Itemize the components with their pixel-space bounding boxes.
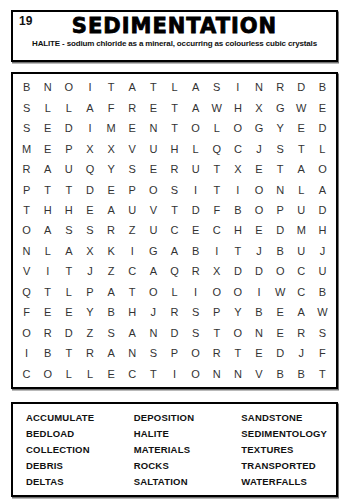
grid-cell: R (185, 261, 206, 281)
grid-cell: V (122, 138, 143, 158)
grid-cell: N (206, 364, 227, 384)
grid-cell: J (291, 343, 312, 363)
grid-cell: X (206, 261, 227, 281)
grid-cell: L (185, 138, 206, 158)
grid-cell: E (291, 118, 312, 138)
grid-cell: S (58, 220, 79, 240)
grid-cell: E (185, 220, 206, 240)
grid-cell: H (164, 138, 185, 158)
grid-cell: T (312, 364, 333, 384)
grid-cell: U (143, 138, 164, 158)
letter-grid: BNOITATLASINRDBSLLAFRETAWHXGWESEDIMENTOL… (11, 72, 338, 389)
grid-cell: N (248, 323, 269, 343)
grid-cell: P (79, 282, 100, 302)
grid-cell: I (248, 282, 269, 302)
puzzle-number: 19 (19, 14, 32, 28)
grid-cell: D (164, 323, 185, 343)
word-list-item: DEBRIS (13, 458, 121, 474)
grid-cell: S (206, 77, 227, 97)
grid-cell: U (185, 159, 206, 179)
grid-cell: L (37, 97, 58, 117)
grid-cell: C (291, 261, 312, 281)
grid-cell: E (37, 302, 58, 322)
grid-cell: R (79, 343, 100, 363)
grid-cell: P (122, 179, 143, 199)
grid-cell: L (206, 118, 227, 138)
grid-cell: O (227, 118, 248, 138)
grid-cell: S (312, 323, 333, 343)
grid-cell: N (16, 241, 37, 261)
grid-cell: B (291, 364, 312, 384)
grid-cell: U (291, 200, 312, 220)
grid-cell: R (206, 343, 227, 363)
grid-cell: S (185, 323, 206, 343)
grid-cell: P (206, 302, 227, 322)
grid-cell: D (270, 220, 291, 240)
word-list-item: DEPOSITION (121, 409, 229, 425)
grid-cell: T (58, 343, 79, 363)
grid-cell: I (206, 241, 227, 261)
grid-cell: A (291, 302, 312, 322)
page-subtitle: HALITE - sodium chloride as a mineral, o… (13, 39, 336, 48)
grid-cell: X (79, 241, 100, 261)
grid-cell: E (270, 302, 291, 322)
grid-cell: D (248, 261, 269, 281)
grid-cell: O (248, 179, 269, 199)
grid-cell: T (143, 77, 164, 97)
grid-cell: N (37, 77, 58, 97)
grid-cell: O (16, 220, 37, 240)
grid-cell: T (16, 200, 37, 220)
grid-cell: U (143, 220, 164, 240)
grid-cell: Q (164, 261, 185, 281)
word-list-item: TEXTURES (228, 441, 336, 457)
grid-cell: T (164, 97, 185, 117)
grid-cell: S (16, 118, 37, 138)
grid-cell: V (16, 261, 37, 281)
grid-cell: D (185, 200, 206, 220)
grid-cell: C (291, 282, 312, 302)
word-list-item: COLLECTION (13, 441, 121, 457)
grid-cell: E (122, 118, 143, 138)
grid-cell: B (312, 282, 333, 302)
grid-cell: P (270, 200, 291, 220)
grid-cell: E (37, 118, 58, 138)
grid-cell: H (312, 220, 333, 240)
grid-cell: R (101, 220, 122, 240)
grid-cell: T (291, 138, 312, 158)
grid-cell: W (312, 302, 333, 322)
grid-cell: F (101, 97, 122, 117)
grid-cell: E (58, 302, 79, 322)
grid-cell: H (122, 302, 143, 322)
grid-cell: O (185, 118, 206, 138)
grid-cell: A (37, 159, 58, 179)
grid-cell: T (206, 179, 227, 199)
grid-cell: A (79, 97, 100, 117)
grid-cell: T (58, 179, 79, 199)
grid-cell: D (291, 77, 312, 97)
grid-cell: C (16, 364, 37, 384)
word-list-item: HALITE (121, 425, 229, 441)
grid-cell: N (227, 364, 248, 384)
grid-cell: T (164, 200, 185, 220)
grid-cell: B (248, 302, 269, 322)
grid-cell: N (143, 118, 164, 138)
word-list-item: TRANSPORTED (228, 458, 336, 474)
grid-cell: A (143, 261, 164, 281)
grid-cell: T (58, 261, 79, 281)
grid-cell: T (122, 282, 143, 302)
grid-cell: H (37, 200, 58, 220)
grid-cell: L (79, 364, 100, 384)
grid-cell: D (312, 118, 333, 138)
grid-cell: O (185, 343, 206, 363)
grid-cell: M (101, 118, 122, 138)
grid-cell: B (37, 343, 58, 363)
grid-cell: C (206, 220, 227, 240)
grid-cell: E (248, 159, 269, 179)
grid-cell: B (16, 77, 37, 97)
grid-cell: J (143, 302, 164, 322)
grid-cell: A (185, 77, 206, 97)
grid-cell: P (58, 138, 79, 158)
grid-cell: S (122, 159, 143, 179)
grid-cell: R (16, 159, 37, 179)
grid-cell: S (16, 97, 37, 117)
grid-cell: B (312, 77, 333, 97)
grid-cell: O (248, 200, 269, 220)
grid-cell: L (58, 97, 79, 117)
grid-cell: A (101, 200, 122, 220)
grid-cell: H (58, 200, 79, 220)
grid-cell: D (79, 179, 100, 199)
grid-cell: D (227, 261, 248, 281)
grid-cell: T (143, 364, 164, 384)
word-list-item: ROCKS (121, 458, 229, 474)
grid-cell: A (185, 97, 206, 117)
grid-cell: I (79, 118, 100, 138)
grid-cell: Y (227, 302, 248, 322)
grid-cell: J (248, 241, 269, 261)
grid-cell: L (58, 364, 79, 384)
grid-cell: E (143, 97, 164, 117)
grid-cell: S (79, 220, 100, 240)
grid-cell: I (227, 179, 248, 199)
grid-cell: B (185, 241, 206, 261)
grid-cell: M (291, 220, 312, 240)
grid-cell: N (248, 77, 269, 97)
grid-cell: E (101, 364, 122, 384)
grid-cell: U (312, 261, 333, 281)
grid-cell: J (312, 241, 333, 261)
word-list: ACCUMULATEBEDLOADCOLLECTIONDEBRISDELTASD… (11, 402, 338, 497)
worksheet-page: 19 SEDIMENTATION HALITE - sodium chlorid… (0, 0, 350, 503)
grid-cell: S (270, 138, 291, 158)
grid-cell: Z (79, 323, 100, 343)
grid-cell: L (291, 179, 312, 199)
page-title: SEDIMENTATION (13, 15, 336, 37)
grid-cell: I (16, 343, 37, 363)
grid-cell: E (312, 97, 333, 117)
grid-cell: G (248, 118, 269, 138)
grid-cell: S (185, 302, 206, 322)
grid-cell: T (37, 179, 58, 199)
grid-cell: O (270, 261, 291, 281)
grid-cell: S (143, 343, 164, 363)
grid-cell: O (16, 323, 37, 343)
grid-cell: E (143, 159, 164, 179)
grid-cell: C (227, 138, 248, 158)
grid-cell: C (122, 261, 143, 281)
word-list-item: SALTATION (121, 474, 229, 490)
grid-cell: O (185, 364, 206, 384)
grid-cell: Q (206, 138, 227, 158)
grid-cell: E (270, 323, 291, 343)
grid-cell: L (58, 282, 79, 302)
grid-cell: Y (79, 302, 100, 322)
grid-cell: Q (79, 159, 100, 179)
grid-cell: R (164, 159, 185, 179)
grid-cell: Q (16, 282, 37, 302)
grid-cell: U (122, 200, 143, 220)
grid-cell: X (248, 97, 269, 117)
grid-cell: A (101, 343, 122, 363)
word-list-item: MATERIALS (121, 441, 229, 457)
grid-cell: F (16, 302, 37, 322)
grid-cell: O (227, 323, 248, 343)
grid-cell: A (58, 241, 79, 261)
grid-cell: H (227, 97, 248, 117)
grid-cell: J (248, 138, 269, 158)
grid-cell: I (185, 282, 206, 302)
grid-cell: T (227, 343, 248, 363)
grid-cell: O (143, 179, 164, 199)
grid-cell: T (227, 241, 248, 261)
grid-cell: U (291, 241, 312, 261)
grid-cell: Y (270, 118, 291, 138)
grid-cell: Z (122, 220, 143, 240)
grid-cell: O (58, 77, 79, 97)
grid-cell: R (270, 77, 291, 97)
grid-cell: O (37, 364, 58, 384)
grid-cell: B (270, 364, 291, 384)
grid-cell: A (37, 220, 58, 240)
grid-cell: A (312, 179, 333, 199)
grid-cell: P (16, 179, 37, 199)
word-list-item: DELTAS (13, 474, 121, 490)
word-list-item: WATERFALLS (228, 474, 336, 490)
grid-cell: P (164, 343, 185, 363)
word-list-item: SANDSTONE (228, 409, 336, 425)
grid-cell: T (164, 118, 185, 138)
grid-cell: X (79, 138, 100, 158)
grid-cell: D (270, 343, 291, 363)
grid-cell: G (270, 97, 291, 117)
grid-cell: O (206, 282, 227, 302)
puzzle-header: 19 SEDIMENTATION HALITE - sodium chlorid… (11, 10, 338, 62)
grid-cell: D (58, 323, 79, 343)
grid-cell: O (143, 282, 164, 302)
grid-cell: N (143, 323, 164, 343)
grid-cell: B (101, 302, 122, 322)
grid-cell: R (291, 323, 312, 343)
grid-cell: W (291, 97, 312, 117)
word-list-item: BEDLOAD (13, 425, 121, 441)
grid-cell: V (248, 364, 269, 384)
grid-cell: U (58, 159, 79, 179)
grid-cell: I (122, 241, 143, 261)
grid-cell: E (37, 138, 58, 158)
grid-cell: X (227, 159, 248, 179)
grid-cell: T (101, 77, 122, 97)
grid-cell: N (122, 343, 143, 363)
grid-cell: C (164, 220, 185, 240)
grid-cell: T (270, 159, 291, 179)
word-list-item: SEDIMENTOLOGY (228, 425, 336, 441)
grid-cell: A (122, 323, 143, 343)
grid-cell: G (143, 241, 164, 261)
grid-cell: I (227, 77, 248, 97)
grid-cell: E (79, 200, 100, 220)
grid-cell: E (248, 343, 269, 363)
grid-cell: R (122, 97, 143, 117)
grid-cell: I (185, 179, 206, 199)
grid-cell: D (58, 118, 79, 138)
grid-cell: V (143, 200, 164, 220)
grid-cell: T (206, 159, 227, 179)
grid-cell: S (101, 323, 122, 343)
grid-cell: N (270, 179, 291, 199)
grid-cell: W (270, 282, 291, 302)
grid-cell: J (79, 261, 100, 281)
grid-cell: Y (101, 159, 122, 179)
grid-cell: L (312, 138, 333, 158)
grid-cell: F (206, 200, 227, 220)
grid-cell: I (164, 364, 185, 384)
grid-cell: R (164, 302, 185, 322)
grid-cell: I (37, 261, 58, 281)
grid-cell: A (122, 77, 143, 97)
grid-cell: K (101, 241, 122, 261)
grid-cell: D (312, 200, 333, 220)
grid-cell: Z (101, 261, 122, 281)
grid-cell: T (206, 323, 227, 343)
grid-cell: O (227, 282, 248, 302)
grid-cell: B (270, 241, 291, 261)
grid-cell: L (164, 282, 185, 302)
grid-cell: E (101, 179, 122, 199)
grid-cell: W (206, 97, 227, 117)
grid-cell: L (37, 241, 58, 261)
grid-cell: R (37, 323, 58, 343)
grid-cell: C (122, 364, 143, 384)
grid-cell: B (227, 200, 248, 220)
grid-cell: A (164, 241, 185, 261)
grid-cell: A (291, 159, 312, 179)
grid-cell: L (164, 77, 185, 97)
grid-cell: X (101, 138, 122, 158)
grid-cell: S (164, 179, 185, 199)
grid-cell: E (248, 220, 269, 240)
word-list-item: ACCUMULATE (13, 409, 121, 425)
grid-cell: O (312, 159, 333, 179)
grid-cell: T (37, 282, 58, 302)
grid-cell: M (16, 138, 37, 158)
grid-cell: A (101, 282, 122, 302)
grid-cell: F (312, 343, 333, 363)
grid-cell: H (227, 220, 248, 240)
grid-cell: I (79, 77, 100, 97)
